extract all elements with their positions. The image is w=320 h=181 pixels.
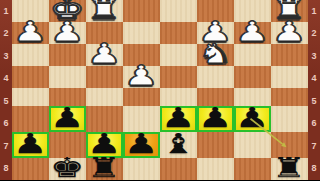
- rank-labels-right: 12345678: [308, 0, 320, 180]
- black-pawn: ♟: [235, 107, 269, 129]
- square-a4[interactable]: [271, 66, 308, 88]
- square-g5[interactable]: [49, 88, 86, 106]
- square-c3[interactable]: ♞: [197, 44, 234, 66]
- white-pawn: ♟: [124, 65, 158, 87]
- square-a8[interactable]: ♜: [271, 158, 308, 180]
- square-g6[interactable]: ♟: [49, 106, 86, 132]
- square-d1[interactable]: [160, 0, 197, 22]
- square-e6[interactable]: [123, 106, 160, 132]
- square-a1[interactable]: ♜: [271, 0, 308, 22]
- square-d6[interactable]: ♟: [160, 106, 197, 132]
- rank-label-6: 6: [308, 113, 320, 136]
- black-pawn: ♟: [87, 133, 121, 155]
- black-pawn: ♟: [124, 133, 158, 155]
- square-h6[interactable]: [12, 106, 49, 132]
- rank-label-3: 3: [0, 45, 12, 68]
- black-pawn: ♟: [198, 107, 232, 129]
- black-king: ♚: [50, 157, 84, 179]
- rank-label-7: 7: [308, 135, 320, 158]
- square-a3[interactable]: [271, 44, 308, 66]
- square-b3[interactable]: [234, 44, 271, 66]
- square-h8[interactable]: [12, 158, 49, 180]
- square-c1[interactable]: [197, 0, 234, 22]
- white-pawn: ♟: [235, 21, 269, 43]
- square-d7[interactable]: ♝: [160, 132, 197, 158]
- rank-label-8: 8: [308, 158, 320, 181]
- square-g1[interactable]: ♚: [49, 0, 86, 22]
- square-d8[interactable]: [160, 158, 197, 180]
- square-d5[interactable]: [160, 88, 197, 106]
- square-c8[interactable]: [197, 158, 234, 180]
- square-a7[interactable]: [271, 132, 308, 158]
- square-d4[interactable]: [160, 66, 197, 88]
- square-g7[interactable]: [49, 132, 86, 158]
- square-d3[interactable]: [160, 44, 197, 66]
- square-g8[interactable]: ♚: [49, 158, 86, 180]
- square-h7[interactable]: ♟: [12, 132, 49, 158]
- white-pawn: ♟: [50, 21, 84, 43]
- white-rook: ♜: [87, 0, 121, 21]
- rank-label-3: 3: [308, 45, 320, 68]
- square-a5[interactable]: [271, 88, 308, 106]
- square-f6[interactable]: [86, 106, 123, 132]
- square-h1[interactable]: [12, 0, 49, 22]
- chess-board: ♚♜♜♟♟♟♟♟♟♞♟♟♟♟♟♟♟♟♝♚♜♜: [12, 0, 308, 180]
- square-f5[interactable]: [86, 88, 123, 106]
- square-a6[interactable]: [271, 106, 308, 132]
- square-c7[interactable]: [197, 132, 234, 158]
- square-e4[interactable]: ♟: [123, 66, 160, 88]
- square-g2[interactable]: ♟: [49, 22, 86, 44]
- rank-label-6: 6: [0, 113, 12, 136]
- square-e8[interactable]: [123, 158, 160, 180]
- black-rook: ♜: [272, 157, 306, 179]
- rank-label-1: 1: [0, 0, 12, 23]
- square-b7[interactable]: [234, 132, 271, 158]
- square-f4[interactable]: [86, 66, 123, 88]
- square-b5[interactable]: [234, 88, 271, 106]
- rank-labels-left: 12345678: [0, 0, 12, 180]
- rank-label-5: 5: [0, 90, 12, 113]
- square-h3[interactable]: [12, 44, 49, 66]
- white-pawn: ♟: [87, 43, 121, 65]
- chess-lesson-screenshot: 12345678 ♚♜♜♟♟♟♟♟♟♞♟♟♟♟♟♟♟♟♝♚♜♜ 12345678: [0, 0, 320, 180]
- square-g4[interactable]: [49, 66, 86, 88]
- white-rook: ♜: [272, 0, 306, 21]
- square-b4[interactable]: [234, 66, 271, 88]
- square-e3[interactable]: [123, 44, 160, 66]
- rank-label-5: 5: [308, 90, 320, 113]
- black-pawn: ♟: [50, 107, 84, 129]
- square-a2[interactable]: ♟: [271, 22, 308, 44]
- square-b6[interactable]: ♟: [234, 106, 271, 132]
- rank-label-2: 2: [308, 23, 320, 46]
- rank-label-2: 2: [0, 23, 12, 46]
- square-b8[interactable]: [234, 158, 271, 180]
- square-f7[interactable]: ♟: [86, 132, 123, 158]
- rank-label-7: 7: [0, 135, 12, 158]
- square-h2[interactable]: ♟: [12, 22, 49, 44]
- black-bishop: ♝: [161, 133, 195, 155]
- black-pawn: ♟: [13, 133, 47, 155]
- square-b1[interactable]: [234, 0, 271, 22]
- square-c2[interactable]: ♟: [197, 22, 234, 44]
- square-e5[interactable]: [123, 88, 160, 106]
- white-pawn: ♟: [13, 21, 47, 43]
- square-h4[interactable]: [12, 66, 49, 88]
- black-pawn: ♟: [161, 107, 195, 129]
- white-king: ♚: [50, 0, 84, 21]
- rank-label-4: 4: [0, 68, 12, 91]
- white-pawn: ♟: [272, 21, 306, 43]
- square-g3[interactable]: [49, 44, 86, 66]
- square-f1[interactable]: ♜: [86, 0, 123, 22]
- rank-label-4: 4: [308, 68, 320, 91]
- black-rook: ♜: [87, 157, 121, 179]
- square-f3[interactable]: ♟: [86, 44, 123, 66]
- white-pawn: ♟: [198, 21, 232, 43]
- square-c5[interactable]: [197, 88, 234, 106]
- square-c4[interactable]: [197, 66, 234, 88]
- square-f2[interactable]: [86, 22, 123, 44]
- square-e7[interactable]: ♟: [123, 132, 160, 158]
- square-h5[interactable]: [12, 88, 49, 106]
- square-f8[interactable]: ♜: [86, 158, 123, 180]
- square-b2[interactable]: ♟: [234, 22, 271, 44]
- white-knight: ♞: [198, 43, 232, 65]
- square-e2[interactable]: [123, 22, 160, 44]
- square-d2[interactable]: [160, 22, 197, 44]
- rank-label-1: 1: [308, 0, 320, 23]
- square-c6[interactable]: ♟: [197, 106, 234, 132]
- square-e1[interactable]: [123, 0, 160, 22]
- rank-label-8: 8: [0, 158, 12, 181]
